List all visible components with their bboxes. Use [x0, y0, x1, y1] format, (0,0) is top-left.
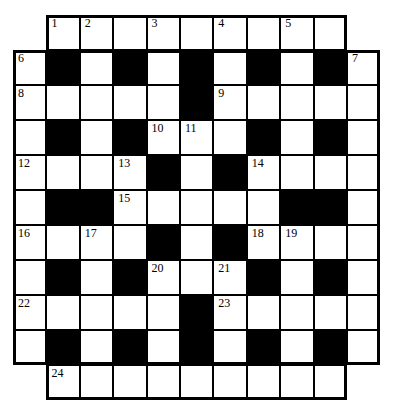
- cell-r6c6[interactable]: [180, 190, 213, 225]
- cell-r2c11[interactable]: 7: [347, 50, 380, 85]
- cell-r5c3[interactable]: [80, 155, 113, 190]
- cell-r3c4[interactable]: [113, 85, 146, 120]
- outside-corner: [13, 15, 46, 50]
- cell-r2c5[interactable]: [147, 50, 180, 85]
- cell-r4c11[interactable]: [347, 120, 380, 155]
- cell-r4c1[interactable]: [13, 120, 46, 155]
- outside-corner: [347, 365, 380, 400]
- clue-number-8: 8: [18, 86, 24, 100]
- cell-r5c8[interactable]: 14: [247, 155, 280, 190]
- cell-r1c7[interactable]: 4: [213, 15, 246, 50]
- cell-r9c5[interactable]: [147, 295, 180, 330]
- outside-corner: [347, 15, 380, 50]
- black-cell-r6c10: [314, 190, 347, 225]
- clue-number-15: 15: [118, 191, 130, 205]
- black-cell-r4c4: [113, 120, 146, 155]
- cell-r9c2[interactable]: [46, 295, 79, 330]
- cell-r6c7[interactable]: [213, 190, 246, 225]
- cell-r3c11[interactable]: [347, 85, 380, 120]
- cell-r11c8[interactable]: [247, 365, 280, 400]
- cell-r7c6[interactable]: [180, 225, 213, 260]
- cell-r2c3[interactable]: [80, 50, 113, 85]
- cell-r5c9[interactable]: [280, 155, 313, 190]
- black-cell-r7c7: [213, 225, 246, 260]
- black-cell-r2c8: [247, 50, 280, 85]
- cell-r7c8[interactable]: 18: [247, 225, 280, 260]
- cell-r11c7[interactable]: [213, 365, 246, 400]
- cell-r4c9[interactable]: [280, 120, 313, 155]
- black-cell-r10c10: [314, 330, 347, 365]
- clue-number-12: 12: [18, 156, 30, 170]
- cell-r10c1[interactable]: [13, 330, 46, 365]
- cell-r10c5[interactable]: [147, 330, 180, 365]
- cell-r10c7[interactable]: [213, 330, 246, 365]
- black-cell-r10c2: [46, 330, 79, 365]
- clue-number-18: 18: [252, 226, 264, 240]
- cell-r8c9[interactable]: [280, 260, 313, 295]
- crossword-grid: 123456789101112131415161718192021222324: [13, 15, 380, 400]
- cell-r2c9[interactable]: [280, 50, 313, 85]
- cell-r8c5[interactable]: 20: [147, 260, 180, 295]
- black-cell-r6c3: [80, 190, 113, 225]
- black-cell-r4c8: [247, 120, 280, 155]
- cell-r7c2[interactable]: [46, 225, 79, 260]
- clue-number-21: 21: [218, 261, 230, 275]
- cell-r8c6[interactable]: [180, 260, 213, 295]
- cell-r4c7[interactable]: [213, 120, 246, 155]
- clue-number-1: 1: [51, 16, 57, 30]
- cell-r8c11[interactable]: [347, 260, 380, 295]
- cell-r1c4[interactable]: [113, 15, 146, 50]
- cell-r3c2[interactable]: [46, 85, 79, 120]
- clue-number-16: 16: [18, 226, 30, 240]
- cell-r1c10[interactable]: [314, 15, 347, 50]
- cell-r7c1[interactable]: 16: [13, 225, 46, 260]
- cell-r3c10[interactable]: [314, 85, 347, 120]
- cell-r1c6[interactable]: [180, 15, 213, 50]
- black-cell-r5c5: [147, 155, 180, 190]
- clue-number-24: 24: [51, 366, 63, 380]
- cell-r7c9[interactable]: 19: [280, 225, 313, 260]
- cell-r5c11[interactable]: [347, 155, 380, 190]
- cell-r8c7[interactable]: 21: [213, 260, 246, 295]
- cell-r9c10[interactable]: [314, 295, 347, 330]
- cell-r3c5[interactable]: [147, 85, 180, 120]
- cell-r11c9[interactable]: [280, 365, 313, 400]
- clue-number-10: 10: [152, 121, 164, 135]
- clue-number-23: 23: [218, 296, 230, 310]
- clue-number-2: 2: [85, 16, 91, 30]
- black-cell-r4c10: [314, 120, 347, 155]
- clue-number-13: 13: [118, 156, 130, 170]
- cell-r3c3[interactable]: [80, 85, 113, 120]
- black-cell-r3c6: [180, 85, 213, 120]
- clue-number-5: 5: [285, 16, 291, 30]
- cell-r8c1[interactable]: [13, 260, 46, 295]
- clue-number-17: 17: [85, 226, 97, 240]
- cell-r9c4[interactable]: [113, 295, 146, 330]
- outside-corner: [13, 365, 46, 400]
- black-cell-r9c6: [180, 295, 213, 330]
- cell-r7c11[interactable]: [347, 225, 380, 260]
- cell-r10c9[interactable]: [280, 330, 313, 365]
- cell-r4c6[interactable]: 11: [180, 120, 213, 155]
- cell-r1c9[interactable]: 5: [280, 15, 313, 50]
- cell-r9c7[interactable]: 23: [213, 295, 246, 330]
- cell-r6c1[interactable]: [13, 190, 46, 225]
- clue-number-7: 7: [352, 51, 358, 65]
- black-cell-r8c4: [113, 260, 146, 295]
- clue-number-6: 6: [18, 51, 24, 65]
- cell-r4c5[interactable]: 10: [147, 120, 180, 155]
- cell-r9c8[interactable]: [247, 295, 280, 330]
- clue-number-4: 4: [218, 16, 224, 30]
- cell-r9c3[interactable]: [80, 295, 113, 330]
- black-cell-r8c8: [247, 260, 280, 295]
- cell-r6c5[interactable]: [147, 190, 180, 225]
- cell-r7c10[interactable]: [314, 225, 347, 260]
- cell-r7c3[interactable]: 17: [80, 225, 113, 260]
- clue-number-19: 19: [285, 226, 297, 240]
- cell-r11c4[interactable]: [113, 365, 146, 400]
- clue-number-3: 3: [152, 16, 158, 30]
- cell-r5c4[interactable]: 13: [113, 155, 146, 190]
- cell-r3c9[interactable]: [280, 85, 313, 120]
- cell-r3c1[interactable]: 8: [13, 85, 46, 120]
- cell-r5c2[interactable]: [46, 155, 79, 190]
- cell-r9c9[interactable]: [280, 295, 313, 330]
- cell-r6c4[interactable]: 15: [113, 190, 146, 225]
- black-cell-r4c2: [46, 120, 79, 155]
- black-cell-r10c6: [180, 330, 213, 365]
- cell-r10c11[interactable]: [347, 330, 380, 365]
- black-cell-r2c10: [314, 50, 347, 85]
- clue-number-11: 11: [185, 121, 197, 135]
- cell-r8c3[interactable]: [80, 260, 113, 295]
- black-cell-r2c6: [180, 50, 213, 85]
- black-cell-r8c2: [46, 260, 79, 295]
- clue-number-22: 22: [18, 296, 30, 310]
- black-cell-r6c9: [280, 190, 313, 225]
- cell-r2c7[interactable]: [213, 50, 246, 85]
- cell-r1c3[interactable]: 2: [80, 15, 113, 50]
- cell-r9c1[interactable]: 22: [13, 295, 46, 330]
- crossword-page: 123456789101112131415161718192021222324: [0, 0, 405, 415]
- cell-r1c8[interactable]: [247, 15, 280, 50]
- cell-r6c8[interactable]: [247, 190, 280, 225]
- cell-r6c11[interactable]: [347, 190, 380, 225]
- black-cell-r7c5: [147, 225, 180, 260]
- black-cell-r2c2: [46, 50, 79, 85]
- cell-r2c1[interactable]: 6: [13, 50, 46, 85]
- cell-r5c10[interactable]: [314, 155, 347, 190]
- cell-r11c10[interactable]: [314, 365, 347, 400]
- cell-r10c3[interactable]: [80, 330, 113, 365]
- cell-r3c7[interactable]: 9: [213, 85, 246, 120]
- cell-r7c4[interactable]: [113, 225, 146, 260]
- black-cell-r6c2: [46, 190, 79, 225]
- cell-r4c3[interactable]: [80, 120, 113, 155]
- cell-r1c2[interactable]: 1: [46, 15, 79, 50]
- black-cell-r10c4: [113, 330, 146, 365]
- black-cell-r8c10: [314, 260, 347, 295]
- cell-r9c11[interactable]: [347, 295, 380, 330]
- black-cell-r10c8: [247, 330, 280, 365]
- cell-r11c2[interactable]: 24: [46, 365, 79, 400]
- clue-number-9: 9: [218, 86, 224, 100]
- clue-number-14: 14: [252, 156, 264, 170]
- black-cell-r5c7: [213, 155, 246, 190]
- cell-r11c3[interactable]: [80, 365, 113, 400]
- cell-r5c1[interactable]: 12: [13, 155, 46, 190]
- cell-r11c6[interactable]: [180, 365, 213, 400]
- black-cell-r2c4: [113, 50, 146, 85]
- cell-r11c5[interactable]: [147, 365, 180, 400]
- cell-r3c8[interactable]: [247, 85, 280, 120]
- cell-r1c5[interactable]: 3: [147, 15, 180, 50]
- clue-number-20: 20: [152, 261, 164, 275]
- cell-r5c6[interactable]: [180, 155, 213, 190]
